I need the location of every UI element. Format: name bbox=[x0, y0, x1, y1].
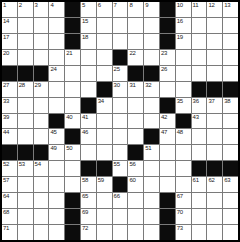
black-cell-r10c1 bbox=[2, 145, 17, 160]
cell-r8c7[interactable] bbox=[97, 114, 112, 129]
cell-r1c12[interactable]: 10 bbox=[176, 2, 191, 17]
cell-r2c3[interactable] bbox=[34, 18, 49, 33]
cell-r7c4[interactable] bbox=[49, 98, 64, 113]
cell-r12c1[interactable]: 57 bbox=[2, 177, 17, 192]
cell-r15c6[interactable]: 72 bbox=[81, 225, 96, 240]
cell-r1c8[interactable]: 7 bbox=[113, 2, 128, 17]
clue-number-24: 24 bbox=[50, 66, 56, 73]
black-cell-r5c9 bbox=[128, 66, 143, 81]
clue-number-57: 57 bbox=[3, 177, 9, 184]
cell-r10c13[interactable] bbox=[192, 145, 207, 160]
cell-r14c14[interactable] bbox=[207, 209, 222, 224]
cell-r13c13[interactable] bbox=[192, 193, 207, 208]
cell-r5c14[interactable] bbox=[207, 66, 222, 81]
clue-number-32: 32 bbox=[145, 82, 151, 89]
cell-r3c14[interactable] bbox=[207, 34, 222, 49]
clue-number-28: 28 bbox=[19, 82, 25, 89]
clue-number-35: 35 bbox=[177, 98, 183, 105]
cell-r13c6[interactable]: 65 bbox=[81, 193, 96, 208]
cell-r2c9[interactable] bbox=[128, 18, 143, 33]
cell-r6c12[interactable] bbox=[176, 82, 191, 97]
crossword-grid: 1234567891011121314151617181920212223242… bbox=[0, 0, 240, 242]
cell-r2c10[interactable] bbox=[144, 18, 159, 33]
cell-r13c12[interactable]: 67 bbox=[176, 193, 191, 208]
cell-r8c15[interactable] bbox=[223, 114, 238, 129]
cell-r4c10[interactable] bbox=[144, 50, 159, 65]
cell-r3c2[interactable] bbox=[18, 34, 33, 49]
cell-r1c1[interactable]: 1 bbox=[2, 2, 17, 17]
clue-number-36: 36 bbox=[193, 98, 199, 105]
cell-r8c8[interactable] bbox=[113, 114, 128, 129]
cell-r6c6[interactable] bbox=[81, 82, 96, 97]
cell-r3c4[interactable] bbox=[49, 34, 64, 49]
cell-r8c2[interactable] bbox=[18, 114, 33, 129]
cell-r14c2[interactable] bbox=[18, 209, 33, 224]
cell-r2c8[interactable] bbox=[113, 18, 128, 33]
clue-number-20: 20 bbox=[3, 50, 9, 57]
cell-r14c7[interactable] bbox=[97, 209, 112, 224]
clue-number-56: 56 bbox=[129, 161, 135, 168]
cell-r5c7[interactable] bbox=[97, 66, 112, 81]
cell-r1c14[interactable]: 12 bbox=[207, 2, 222, 17]
cell-r4c3[interactable] bbox=[34, 50, 49, 65]
cell-r6c10[interactable]: 32 bbox=[144, 82, 159, 97]
clue-number-68: 68 bbox=[3, 209, 9, 216]
clue-number-63: 63 bbox=[224, 177, 230, 184]
cell-r7c9[interactable] bbox=[128, 98, 143, 113]
black-cell-r10c3 bbox=[34, 145, 49, 160]
cell-r2c6[interactable]: 15 bbox=[81, 18, 96, 33]
cell-r1c10[interactable]: 9 bbox=[144, 2, 159, 17]
clue-number-53: 53 bbox=[19, 161, 25, 168]
cell-r9c7[interactable] bbox=[97, 129, 112, 144]
cell-r13c15[interactable] bbox=[223, 193, 238, 208]
clue-number-62: 62 bbox=[208, 177, 214, 184]
clue-number-38: 38 bbox=[224, 98, 230, 105]
clue-number-31: 31 bbox=[129, 82, 135, 89]
clue-number-43: 43 bbox=[193, 114, 199, 121]
clue-number-51: 51 bbox=[145, 145, 151, 152]
black-cell-r6c14 bbox=[207, 82, 222, 97]
clue-number-2: 2 bbox=[19, 2, 22, 9]
cell-r7c10[interactable] bbox=[144, 98, 159, 113]
cell-r9c13[interactable] bbox=[192, 129, 207, 144]
clue-number-29: 29 bbox=[35, 82, 41, 89]
cell-r11c10[interactable] bbox=[144, 161, 159, 176]
cell-r3c12[interactable]: 19 bbox=[176, 34, 191, 49]
clue-number-4: 4 bbox=[50, 2, 53, 9]
cell-r12c4[interactable] bbox=[49, 177, 64, 192]
cell-r10c7[interactable] bbox=[97, 145, 112, 160]
black-cell-r2c5 bbox=[65, 18, 80, 33]
cell-r6c5[interactable] bbox=[65, 82, 80, 97]
cell-r12c6[interactable]: 58 bbox=[81, 177, 96, 192]
clue-number-64: 64 bbox=[3, 193, 9, 200]
crossword-board: 1234567891011121314151617181920212223242… bbox=[0, 0, 240, 242]
clue-number-8: 8 bbox=[129, 2, 132, 9]
cell-r11c1[interactable]: 52 bbox=[2, 161, 17, 176]
clue-number-30: 30 bbox=[114, 82, 120, 89]
clue-number-33: 33 bbox=[3, 98, 9, 105]
clue-number-5: 5 bbox=[82, 2, 85, 9]
clue-number-3: 3 bbox=[35, 2, 38, 9]
cell-r12c15[interactable]: 63 bbox=[223, 177, 238, 192]
cell-r13c8[interactable]: 66 bbox=[113, 193, 128, 208]
cell-r5c8[interactable]: 25 bbox=[113, 66, 128, 81]
cell-r1c15[interactable]: 13 bbox=[223, 2, 238, 17]
cell-r4c12[interactable] bbox=[176, 50, 191, 65]
cell-r4c9[interactable]: 22 bbox=[128, 50, 143, 65]
cell-r12c11[interactable] bbox=[160, 177, 175, 192]
black-cell-r5c3 bbox=[34, 66, 49, 81]
black-cell-r10c9 bbox=[128, 145, 143, 160]
cell-r1c7[interactable]: 6 bbox=[97, 2, 112, 17]
cell-r7c13[interactable]: 36 bbox=[192, 98, 207, 113]
cell-r14c4[interactable] bbox=[49, 209, 64, 224]
cell-r10c15[interactable] bbox=[223, 145, 238, 160]
cell-r12c14[interactable]: 62 bbox=[207, 177, 222, 192]
cell-r1c4[interactable]: 4 bbox=[49, 2, 64, 17]
cell-r2c15[interactable] bbox=[223, 18, 238, 33]
cell-r6c4[interactable] bbox=[49, 82, 64, 97]
cell-r15c3[interactable] bbox=[34, 225, 49, 240]
cell-r10c4[interactable]: 49 bbox=[49, 145, 64, 160]
black-cell-r2c11 bbox=[160, 18, 175, 33]
cell-r14c13[interactable] bbox=[192, 209, 207, 224]
clue-number-48: 48 bbox=[177, 129, 183, 136]
clue-number-67: 67 bbox=[177, 193, 183, 200]
clue-number-16: 16 bbox=[177, 18, 183, 25]
clue-number-25: 25 bbox=[114, 66, 120, 73]
clue-number-58: 58 bbox=[82, 177, 88, 184]
cell-r14c15[interactable] bbox=[223, 209, 238, 224]
cell-r9c3[interactable] bbox=[34, 129, 49, 144]
cell-r5c6[interactable] bbox=[81, 66, 96, 81]
clue-number-69: 69 bbox=[82, 209, 88, 216]
black-cell-r11c14 bbox=[207, 161, 222, 176]
cell-r9c2[interactable] bbox=[18, 129, 33, 144]
clue-number-45: 45 bbox=[50, 129, 56, 136]
cell-r14c10[interactable] bbox=[144, 209, 159, 224]
cell-r15c7[interactable] bbox=[97, 225, 112, 240]
cell-r1c2[interactable]: 2 bbox=[18, 2, 33, 17]
cell-r15c1[interactable]: 71 bbox=[2, 225, 17, 240]
cell-r9c6[interactable]: 46 bbox=[81, 129, 96, 144]
cell-r7c14[interactable]: 37 bbox=[207, 98, 222, 113]
cell-r8c13[interactable]: 43 bbox=[192, 114, 207, 129]
cell-r7c1[interactable]: 33 bbox=[2, 98, 17, 113]
cell-r9c11[interactable]: 47 bbox=[160, 129, 175, 144]
black-cell-r13c11 bbox=[160, 193, 175, 208]
clue-number-44: 44 bbox=[3, 129, 9, 136]
cell-r6c9[interactable]: 31 bbox=[128, 82, 143, 97]
cell-r4c7[interactable] bbox=[97, 50, 112, 65]
black-cell-r11c6 bbox=[81, 161, 96, 176]
clue-number-17: 17 bbox=[3, 34, 9, 41]
cell-r15c14[interactable] bbox=[207, 225, 222, 240]
cell-r10c11[interactable] bbox=[160, 145, 175, 160]
clue-number-14: 14 bbox=[3, 18, 9, 25]
black-cell-r5c2 bbox=[18, 66, 33, 81]
cell-r2c1[interactable]: 14 bbox=[2, 18, 17, 33]
cell-r9c12[interactable]: 48 bbox=[176, 129, 191, 144]
cell-r4c5[interactable]: 21 bbox=[65, 50, 80, 65]
black-cell-r7c6 bbox=[81, 98, 96, 113]
cell-r11c8[interactable]: 55 bbox=[113, 161, 128, 176]
clue-number-9: 9 bbox=[145, 2, 148, 9]
clue-number-27: 27 bbox=[3, 82, 9, 89]
black-cell-r15c11 bbox=[160, 225, 175, 240]
clue-number-52: 52 bbox=[3, 161, 9, 168]
clue-number-66: 66 bbox=[114, 193, 120, 200]
cell-r11c12[interactable] bbox=[176, 161, 191, 176]
cell-r2c13[interactable] bbox=[192, 18, 207, 33]
cell-r3c1[interactable]: 17 bbox=[2, 34, 17, 49]
black-cell-r3c11 bbox=[160, 34, 175, 49]
clue-number-72: 72 bbox=[82, 225, 88, 232]
clue-number-13: 13 bbox=[224, 2, 230, 9]
clue-number-70: 70 bbox=[177, 209, 183, 216]
cell-r12c5[interactable] bbox=[65, 177, 80, 192]
cell-r15c2[interactable] bbox=[18, 225, 33, 240]
clue-number-65: 65 bbox=[82, 193, 88, 200]
cell-r1c9[interactable]: 8 bbox=[128, 2, 143, 17]
clue-number-61: 61 bbox=[193, 177, 199, 184]
cell-r5c12[interactable] bbox=[176, 66, 191, 81]
cell-r7c2[interactable] bbox=[18, 98, 33, 113]
cell-r15c4[interactable] bbox=[49, 225, 64, 240]
cell-r10c6[interactable] bbox=[81, 145, 96, 160]
black-cell-r8c12 bbox=[176, 114, 191, 129]
clue-number-71: 71 bbox=[3, 225, 9, 232]
cell-r3c7[interactable] bbox=[97, 34, 112, 49]
cell-r4c13[interactable] bbox=[192, 50, 207, 65]
black-cell-r15c5 bbox=[65, 225, 80, 240]
cell-r13c1[interactable]: 64 bbox=[2, 193, 17, 208]
cell-r13c14[interactable] bbox=[207, 193, 222, 208]
cell-r8c14[interactable] bbox=[207, 114, 222, 129]
cell-r13c3[interactable] bbox=[34, 193, 49, 208]
cell-r12c3[interactable] bbox=[34, 177, 49, 192]
cell-r5c13[interactable] bbox=[192, 66, 207, 81]
black-cell-r4c8 bbox=[113, 50, 128, 65]
cell-r8c1[interactable]: 39 bbox=[2, 114, 17, 129]
clue-number-26: 26 bbox=[161, 66, 167, 73]
cell-r5c5[interactable] bbox=[65, 66, 80, 81]
clue-number-6: 6 bbox=[98, 2, 101, 9]
clue-number-22: 22 bbox=[129, 50, 135, 57]
cell-r1c6[interactable]: 5 bbox=[81, 2, 96, 17]
black-cell-r13c5 bbox=[65, 193, 80, 208]
black-cell-r11c7 bbox=[97, 161, 112, 176]
cell-r15c12[interactable]: 73 bbox=[176, 225, 191, 240]
black-cell-r11c15 bbox=[223, 161, 238, 176]
cell-r14c8[interactable] bbox=[113, 209, 128, 224]
clue-number-59: 59 bbox=[98, 177, 104, 184]
cell-r5c11[interactable]: 26 bbox=[160, 66, 175, 81]
cell-r6c11[interactable] bbox=[160, 82, 175, 97]
black-cell-r9c10 bbox=[144, 129, 159, 144]
cell-r4c4[interactable] bbox=[49, 50, 64, 65]
cell-r2c4[interactable] bbox=[49, 18, 64, 33]
cell-r8c5[interactable]: 40 bbox=[65, 114, 80, 129]
cell-r15c10[interactable] bbox=[144, 225, 159, 240]
cell-r3c13[interactable] bbox=[192, 34, 207, 49]
cell-r8c3[interactable] bbox=[34, 114, 49, 129]
cell-r7c5[interactable] bbox=[65, 98, 80, 113]
cell-r7c12[interactable]: 35 bbox=[176, 98, 191, 113]
clue-number-1: 1 bbox=[3, 2, 6, 9]
cell-r15c9[interactable] bbox=[128, 225, 143, 240]
clue-number-40: 40 bbox=[66, 114, 72, 121]
cell-r3c6[interactable]: 18 bbox=[81, 34, 96, 49]
clue-number-46: 46 bbox=[82, 129, 88, 136]
cell-r6c2[interactable]: 28 bbox=[18, 82, 33, 97]
cell-r9c9[interactable] bbox=[128, 129, 143, 144]
cell-r2c12[interactable]: 16 bbox=[176, 18, 191, 33]
cell-r7c8[interactable] bbox=[113, 98, 128, 113]
clue-number-12: 12 bbox=[208, 2, 214, 9]
cell-r4c15[interactable] bbox=[223, 50, 238, 65]
black-cell-r3c5 bbox=[65, 34, 80, 49]
clue-number-73: 73 bbox=[177, 225, 183, 232]
black-cell-r12c8 bbox=[113, 177, 128, 192]
cell-r14c1[interactable]: 68 bbox=[2, 209, 17, 224]
cell-r12c13[interactable]: 61 bbox=[192, 177, 207, 192]
cell-r7c7[interactable]: 34 bbox=[97, 98, 112, 113]
cell-r3c3[interactable] bbox=[34, 34, 49, 49]
cell-r9c14[interactable] bbox=[207, 129, 222, 144]
cell-r7c3[interactable] bbox=[34, 98, 49, 113]
cell-r12c12[interactable] bbox=[176, 177, 191, 192]
cell-r10c12[interactable] bbox=[176, 145, 191, 160]
black-cell-r14c11 bbox=[160, 209, 175, 224]
cell-r10c8[interactable] bbox=[113, 145, 128, 160]
cell-r7c15[interactable]: 38 bbox=[223, 98, 238, 113]
black-cell-r5c1 bbox=[2, 66, 17, 81]
cell-r14c6[interactable]: 69 bbox=[81, 209, 96, 224]
cell-r8c11[interactable]: 42 bbox=[160, 114, 175, 129]
clue-number-55: 55 bbox=[114, 161, 120, 168]
black-cell-r10c2 bbox=[18, 145, 33, 160]
cell-r11c4[interactable] bbox=[49, 161, 64, 176]
black-cell-r6c15 bbox=[223, 82, 238, 97]
clue-number-21: 21 bbox=[66, 50, 72, 57]
clue-number-39: 39 bbox=[3, 114, 9, 121]
cell-r8c6[interactable]: 41 bbox=[81, 114, 96, 129]
cell-r10c5[interactable]: 50 bbox=[65, 145, 80, 160]
clue-number-18: 18 bbox=[82, 34, 88, 41]
black-cell-r7c11 bbox=[160, 98, 175, 113]
cell-r14c3[interactable] bbox=[34, 209, 49, 224]
black-cell-r1c5 bbox=[65, 2, 80, 17]
cell-r13c7[interactable] bbox=[97, 193, 112, 208]
cell-r6c3[interactable]: 29 bbox=[34, 82, 49, 97]
cell-r1c3[interactable]: 3 bbox=[34, 2, 49, 17]
cell-r5c4[interactable]: 24 bbox=[49, 66, 64, 81]
clue-number-15: 15 bbox=[82, 18, 88, 25]
black-cell-r14c5 bbox=[65, 209, 80, 224]
cell-r4c6[interactable] bbox=[81, 50, 96, 65]
cell-r2c7[interactable] bbox=[97, 18, 112, 33]
cell-r15c13[interactable] bbox=[192, 225, 207, 240]
clue-number-11: 11 bbox=[193, 2, 199, 9]
clue-number-54: 54 bbox=[35, 161, 41, 168]
cell-r6c8[interactable]: 30 bbox=[113, 82, 128, 97]
cell-r14c9[interactable] bbox=[128, 209, 143, 224]
clue-number-10: 10 bbox=[177, 2, 183, 9]
cell-r9c15[interactable] bbox=[223, 129, 238, 144]
clue-number-19: 19 bbox=[177, 34, 183, 41]
cell-r3c9[interactable] bbox=[128, 34, 143, 49]
cell-r8c10[interactable] bbox=[144, 114, 159, 129]
cell-r1c13[interactable]: 11 bbox=[192, 2, 207, 17]
cell-r4c14[interactable] bbox=[207, 50, 222, 65]
cell-r9c1[interactable]: 44 bbox=[2, 129, 17, 144]
cell-r10c14[interactable] bbox=[207, 145, 222, 160]
cell-r9c4[interactable]: 45 bbox=[49, 129, 64, 144]
cell-r12c2[interactable] bbox=[18, 177, 33, 192]
black-cell-r6c13 bbox=[192, 82, 207, 97]
cell-r10c10[interactable]: 51 bbox=[144, 145, 159, 160]
black-cell-r8c4 bbox=[49, 114, 64, 129]
cell-r11c5[interactable] bbox=[65, 161, 80, 176]
clue-number-42: 42 bbox=[161, 114, 167, 121]
clue-number-60: 60 bbox=[129, 177, 135, 184]
cell-r8c9[interactable] bbox=[128, 114, 143, 129]
cell-r9c8[interactable] bbox=[113, 129, 128, 144]
cell-r3c8[interactable] bbox=[113, 34, 128, 49]
clue-number-23: 23 bbox=[161, 50, 167, 57]
cell-r11c11[interactable] bbox=[160, 161, 175, 176]
cell-r11c2[interactable]: 53 bbox=[18, 161, 33, 176]
clue-number-41: 41 bbox=[82, 114, 88, 121]
cell-r12c7[interactable]: 59 bbox=[97, 177, 112, 192]
black-cell-r6c7 bbox=[97, 82, 112, 97]
cell-r14c12[interactable]: 70 bbox=[176, 209, 191, 224]
cell-r13c4[interactable] bbox=[49, 193, 64, 208]
cell-r13c10[interactable] bbox=[144, 193, 159, 208]
clue-number-34: 34 bbox=[98, 98, 104, 105]
cell-r2c14[interactable] bbox=[207, 18, 222, 33]
cell-r2c2[interactable] bbox=[18, 18, 33, 33]
cell-r3c10[interactable] bbox=[144, 34, 159, 49]
cell-r4c11[interactable]: 23 bbox=[160, 50, 175, 65]
cell-r15c15[interactable] bbox=[223, 225, 238, 240]
black-cell-r9c5 bbox=[65, 129, 80, 144]
black-cell-r11c13 bbox=[192, 161, 207, 176]
clue-number-37: 37 bbox=[208, 98, 214, 105]
clue-number-47: 47 bbox=[161, 129, 167, 136]
cell-r11c3[interactable]: 54 bbox=[34, 161, 49, 176]
cell-r6c1[interactable]: 27 bbox=[2, 82, 17, 97]
clue-number-50: 50 bbox=[66, 145, 72, 152]
cell-r12c10[interactable] bbox=[144, 177, 159, 192]
cell-r4c2[interactable] bbox=[18, 50, 33, 65]
cell-r4c1[interactable]: 20 bbox=[2, 50, 17, 65]
cell-r3c15[interactable] bbox=[223, 34, 238, 49]
black-cell-r5c10 bbox=[144, 66, 159, 81]
black-cell-r1c11 bbox=[160, 2, 175, 17]
cell-r13c9[interactable] bbox=[128, 193, 143, 208]
clue-number-7: 7 bbox=[114, 2, 117, 9]
cell-r5c15[interactable] bbox=[223, 66, 238, 81]
cell-r12c9[interactable]: 60 bbox=[128, 177, 143, 192]
cell-r11c9[interactable]: 56 bbox=[128, 161, 143, 176]
cell-r13c2[interactable] bbox=[18, 193, 33, 208]
cell-r15c8[interactable] bbox=[113, 225, 128, 240]
clue-number-49: 49 bbox=[50, 145, 56, 152]
